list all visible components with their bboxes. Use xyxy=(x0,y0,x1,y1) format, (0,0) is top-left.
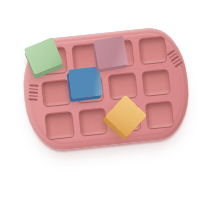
blue-soap-bar xyxy=(68,66,102,99)
mold-cavity-r2c1 xyxy=(41,79,71,108)
mold-cavity-r3c2 xyxy=(78,108,108,137)
mold-cavity-r3c4 xyxy=(144,101,174,130)
grip-ridge xyxy=(29,84,38,86)
product-photo xyxy=(0,0,200,200)
left-handle-grip-texture xyxy=(28,84,38,100)
grip-ridge xyxy=(29,91,38,93)
mold-cavity-r2c4 xyxy=(141,68,171,97)
mold-cavity-r3c1 xyxy=(44,111,74,140)
grip-ridge xyxy=(29,88,38,90)
grip-ridge xyxy=(29,95,38,97)
mold-cavity-r1c4 xyxy=(137,36,167,65)
mauve-soap-bar xyxy=(94,36,129,70)
